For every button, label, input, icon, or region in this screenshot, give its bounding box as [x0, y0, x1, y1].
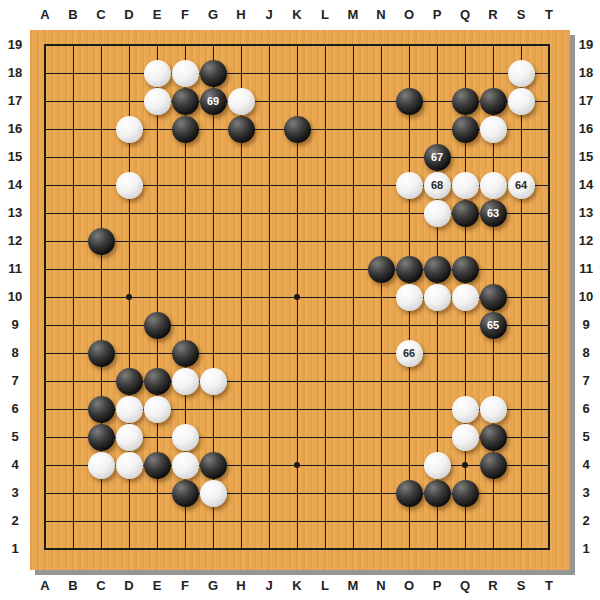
coord-letter-top-T: T: [535, 5, 563, 25]
coord-number-right-3: 3: [572, 483, 600, 503]
coord-letter-bottom-D: D: [115, 576, 143, 596]
stone-black-Q17[interactable]: [452, 88, 479, 115]
move-number-label: 65: [487, 320, 499, 331]
stone-black-P3[interactable]: [424, 480, 451, 507]
coord-number-right-19: 19: [572, 35, 600, 55]
stone-black-G4[interactable]: [200, 452, 227, 479]
coord-number-left-5: 5: [1, 427, 29, 447]
stone-black-R17[interactable]: [480, 88, 507, 115]
coord-number-left-11: 11: [1, 259, 29, 279]
stone-black-G17[interactable]: 69: [200, 88, 227, 115]
coord-letter-top-P: P: [423, 5, 451, 25]
stone-white-Q5[interactable]: [452, 424, 479, 451]
coord-letter-top-A: A: [31, 5, 59, 25]
coord-letter-top-O: O: [395, 5, 423, 25]
stone-white-E17[interactable]: [144, 88, 171, 115]
stone-black-E7[interactable]: [144, 368, 171, 395]
stone-black-H16[interactable]: [228, 116, 255, 143]
coord-number-left-1: 1: [1, 539, 29, 559]
coord-number-right-18: 18: [572, 63, 600, 83]
coord-number-right-8: 8: [572, 343, 600, 363]
coord-number-left-2: 2: [1, 511, 29, 531]
coord-letter-top-L: L: [311, 5, 339, 25]
coord-number-right-13: 13: [572, 203, 600, 223]
coord-number-right-9: 9: [572, 315, 600, 335]
coord-number-right-7: 7: [572, 371, 600, 391]
coord-number-left-12: 12: [1, 231, 29, 251]
stone-white-P10[interactable]: [424, 284, 451, 311]
stone-black-F16[interactable]: [172, 116, 199, 143]
coord-letter-bottom-G: G: [199, 576, 227, 596]
stone-black-Q16[interactable]: [452, 116, 479, 143]
stone-black-Q13[interactable]: [452, 200, 479, 227]
stone-white-F18[interactable]: [172, 60, 199, 87]
stone-white-O8[interactable]: 66: [396, 340, 423, 367]
stone-white-P13[interactable]: [424, 200, 451, 227]
coord-number-left-16: 16: [1, 119, 29, 139]
coord-letter-bottom-P: P: [423, 576, 451, 596]
move-number-label: 69: [207, 96, 219, 107]
stone-black-R4[interactable]: [480, 452, 507, 479]
star-point-K4: [294, 462, 300, 468]
stone-black-D7[interactable]: [116, 368, 143, 395]
coord-number-right-12: 12: [572, 231, 600, 251]
stone-black-K16[interactable]: [284, 116, 311, 143]
stone-white-R16[interactable]: [480, 116, 507, 143]
stone-black-R9[interactable]: 65: [480, 312, 507, 339]
move-number-label: 64: [515, 180, 527, 191]
star-point-Q4: [462, 462, 468, 468]
stone-white-H17[interactable]: [228, 88, 255, 115]
move-number-label: 68: [431, 180, 443, 191]
coord-letter-top-F: F: [171, 5, 199, 25]
coord-letter-top-K: K: [283, 5, 311, 25]
stone-black-F17[interactable]: [172, 88, 199, 115]
stone-white-C4[interactable]: [88, 452, 115, 479]
coord-letter-bottom-J: J: [255, 576, 283, 596]
stone-white-F4[interactable]: [172, 452, 199, 479]
coord-letter-bottom-B: B: [59, 576, 87, 596]
coord-letter-bottom-E: E: [143, 576, 171, 596]
stone-black-O11[interactable]: [396, 256, 423, 283]
coord-letter-bottom-Q: Q: [451, 576, 479, 596]
coord-letter-bottom-F: F: [171, 576, 199, 596]
coord-letter-bottom-O: O: [395, 576, 423, 596]
coord-number-left-7: 7: [1, 371, 29, 391]
stone-white-O10[interactable]: [396, 284, 423, 311]
stone-black-R5[interactable]: [480, 424, 507, 451]
stone-white-D4[interactable]: [116, 452, 143, 479]
stone-white-F7[interactable]: [172, 368, 199, 395]
coord-number-right-5: 5: [572, 427, 600, 447]
coord-letter-top-M: M: [339, 5, 367, 25]
stone-white-O14[interactable]: [396, 172, 423, 199]
coord-number-left-9: 9: [1, 315, 29, 335]
coord-letter-top-J: J: [255, 5, 283, 25]
coord-number-right-4: 4: [572, 455, 600, 475]
stone-black-N11[interactable]: [368, 256, 395, 283]
coord-number-left-3: 3: [1, 483, 29, 503]
stone-white-S17[interactable]: [508, 88, 535, 115]
coord-letter-bottom-N: N: [367, 576, 395, 596]
stone-black-O17[interactable]: [396, 88, 423, 115]
stone-black-P11[interactable]: [424, 256, 451, 283]
stone-white-G7[interactable]: [200, 368, 227, 395]
coord-letter-top-E: E: [143, 5, 171, 25]
coord-letter-bottom-R: R: [479, 576, 507, 596]
stone-black-Q11[interactable]: [452, 256, 479, 283]
star-point-K10: [294, 294, 300, 300]
stone-black-C6[interactable]: [88, 396, 115, 423]
stone-white-R14[interactable]: [480, 172, 507, 199]
star-point-D10: [126, 294, 132, 300]
coord-number-right-11: 11: [572, 259, 600, 279]
stone-white-E18[interactable]: [144, 60, 171, 87]
coord-number-left-17: 17: [1, 91, 29, 111]
coord-number-right-15: 15: [572, 147, 600, 167]
stone-white-Q14[interactable]: [452, 172, 479, 199]
stone-white-Q6[interactable]: [452, 396, 479, 423]
stone-black-C8[interactable]: [88, 340, 115, 367]
stone-white-R6[interactable]: [480, 396, 507, 423]
coord-number-right-2: 2: [572, 511, 600, 531]
stone-white-Q10[interactable]: [452, 284, 479, 311]
coord-number-left-13: 13: [1, 203, 29, 223]
stone-white-D6[interactable]: [116, 396, 143, 423]
stone-black-C5[interactable]: [88, 424, 115, 451]
coord-letter-top-S: S: [507, 5, 535, 25]
coord-letter-bottom-H: H: [227, 576, 255, 596]
coord-number-left-4: 4: [1, 455, 29, 475]
move-number-label: 66: [403, 348, 415, 359]
stone-white-G3[interactable]: [200, 480, 227, 507]
stone-black-E9[interactable]: [144, 312, 171, 339]
coord-number-left-19: 19: [1, 35, 29, 55]
stone-black-Q3[interactable]: [452, 480, 479, 507]
coord-letter-bottom-M: M: [339, 576, 367, 596]
coord-letter-top-H: H: [227, 5, 255, 25]
stone-black-R10[interactable]: [480, 284, 507, 311]
coord-number-left-15: 15: [1, 147, 29, 167]
stone-black-C12[interactable]: [88, 228, 115, 255]
stone-black-O3[interactable]: [396, 480, 423, 507]
coord-letter-top-Q: Q: [451, 5, 479, 25]
coord-letter-bottom-A: A: [31, 576, 59, 596]
coord-number-right-17: 17: [572, 91, 600, 111]
coord-number-left-10: 10: [1, 287, 29, 307]
stone-black-E4[interactable]: [144, 452, 171, 479]
coord-letter-bottom-K: K: [283, 576, 311, 596]
coord-number-right-16: 16: [572, 119, 600, 139]
move-number-label: 63: [487, 208, 499, 219]
stone-white-E6[interactable]: [144, 396, 171, 423]
coord-letter-top-C: C: [87, 5, 115, 25]
stone-white-P4[interactable]: [424, 452, 451, 479]
coord-letter-bottom-T: T: [535, 576, 563, 596]
coord-number-left-8: 8: [1, 343, 29, 363]
coord-number-right-6: 6: [572, 399, 600, 419]
coord-letter-top-D: D: [115, 5, 143, 25]
stone-white-P14[interactable]: 68: [424, 172, 451, 199]
stone-black-R13[interactable]: 63: [480, 200, 507, 227]
coord-number-right-1: 1: [572, 539, 600, 559]
coord-letter-top-B: B: [59, 5, 87, 25]
coord-letter-top-G: G: [199, 5, 227, 25]
stone-white-F5[interactable]: [172, 424, 199, 451]
stone-white-D14[interactable]: [116, 172, 143, 199]
stone-white-D5[interactable]: [116, 424, 143, 451]
stone-white-S18[interactable]: [508, 60, 535, 87]
stone-black-F8[interactable]: [172, 340, 199, 367]
stone-black-F3[interactable]: [172, 480, 199, 507]
move-number-label: 67: [431, 152, 443, 163]
stone-white-S14[interactable]: 64: [508, 172, 535, 199]
coord-number-right-10: 10: [572, 287, 600, 307]
coord-letter-bottom-C: C: [87, 576, 115, 596]
coord-letter-bottom-L: L: [311, 576, 339, 596]
coord-letter-bottom-S: S: [507, 576, 535, 596]
coord-number-right-14: 14: [572, 175, 600, 195]
coord-number-left-6: 6: [1, 399, 29, 419]
coord-letter-top-R: R: [479, 5, 507, 25]
stone-black-P15[interactable]: 67: [424, 144, 451, 171]
go-app: { "game": "Go", "board_size": 19, "board…: [0, 0, 600, 600]
coord-letter-top-N: N: [367, 5, 395, 25]
stone-black-G18[interactable]: [200, 60, 227, 87]
coord-number-left-14: 14: [1, 175, 29, 195]
coord-number-left-18: 18: [1, 63, 29, 83]
stone-white-D16[interactable]: [116, 116, 143, 143]
